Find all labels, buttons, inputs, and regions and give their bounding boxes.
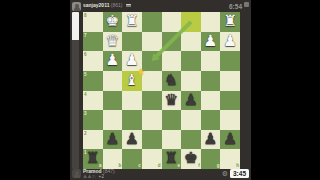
white-rook[interactable]: ♜: [220, 12, 240, 32]
square-c1[interactable]: c: [122, 149, 142, 169]
white-queen[interactable]: ♛: [103, 32, 123, 52]
eval-bar-white: [72, 12, 79, 40]
square-b3[interactable]: [103, 110, 123, 130]
player-avatar[interactable]: [72, 169, 81, 178]
black-pawn[interactable]: ♟: [122, 130, 142, 150]
opponent-name-row: sanjay2011 (861): [83, 3, 131, 8]
square-b5[interactable]: [103, 71, 123, 91]
square-f6[interactable]: [181, 51, 201, 71]
square-c4[interactable]: [122, 91, 142, 111]
square-h2[interactable]: ♟: [220, 130, 240, 150]
black-rook[interactable]: ♜: [83, 149, 103, 169]
square-a2[interactable]: 2: [83, 130, 103, 150]
best-move-star-badge: ★: [137, 67, 145, 77]
rank-label: 5: [84, 72, 87, 77]
square-b6[interactable]: ♟: [103, 51, 123, 71]
square-g5[interactable]: [201, 71, 221, 91]
settings-gear-icon[interactable]: ⚙: [222, 169, 228, 178]
square-g8[interactable]: [201, 12, 221, 32]
player-rating: (847): [103, 168, 115, 174]
square-f7[interactable]: [181, 32, 201, 52]
black-queen[interactable]: ♛: [162, 91, 182, 111]
white-pawn[interactable]: ♟: [103, 51, 123, 71]
black-pawn[interactable]: ♟: [201, 130, 221, 150]
square-a4[interactable]: 4: [83, 91, 103, 111]
square-g1[interactable]: g: [201, 149, 221, 169]
square-b4[interactable]: [103, 91, 123, 111]
square-f8[interactable]: [181, 12, 201, 32]
square-h6[interactable]: [220, 51, 240, 71]
square-a6[interactable]: 6: [83, 51, 103, 71]
player-clock: 3:45: [230, 169, 249, 179]
square-g3[interactable]: [201, 110, 221, 130]
square-h3[interactable]: [220, 110, 240, 130]
square-h4[interactable]: [220, 91, 240, 111]
square-e3[interactable]: [162, 110, 182, 130]
square-h8[interactable]: ♜: [220, 12, 240, 32]
rank-label: 6: [84, 52, 87, 57]
white-pawn[interactable]: ♟: [201, 32, 221, 52]
square-f5[interactable]: [181, 71, 201, 91]
square-e6[interactable]: [162, 51, 182, 71]
square-f1[interactable]: f♚: [181, 149, 201, 169]
white-pawn[interactable]: ♟: [220, 32, 240, 52]
square-g2[interactable]: ♟: [201, 130, 221, 150]
square-d1[interactable]: d: [142, 149, 162, 169]
square-a7[interactable]: 7: [83, 32, 103, 52]
square-g6[interactable]: [201, 51, 221, 71]
opponent-rating: (861): [111, 2, 123, 8]
app-window: sanjay2011 (861) 6:54 8♚♜♜7♛♟♟6♟♟5♝★♞4♛♟…: [70, 0, 251, 180]
rank-label: 8: [84, 13, 87, 18]
square-a3[interactable]: 3: [83, 110, 103, 130]
square-c5[interactable]: ♝★: [122, 71, 142, 91]
chess-board: 8♚♜♜7♛♟♟6♟♟5♝★♞4♛♟32♟♟♟♟1a♜bcde♜f♚gh: [83, 12, 240, 169]
square-d2[interactable]: [142, 130, 162, 150]
square-b2[interactable]: ♟: [103, 130, 123, 150]
square-b7[interactable]: ♛: [103, 32, 123, 52]
square-c2[interactable]: ♟: [122, 130, 142, 150]
status-icon[interactable]: [244, 2, 249, 7]
eval-bar-black: [72, 40, 79, 169]
square-e8[interactable]: [162, 12, 182, 32]
top-player-bar: sanjay2011 (861) 6:54: [70, 0, 251, 12]
opponent-avatar[interactable]: [72, 2, 81, 11]
black-king[interactable]: ♚: [181, 149, 201, 169]
square-b8[interactable]: ♚: [103, 12, 123, 32]
square-h1[interactable]: h: [220, 149, 240, 169]
square-e2[interactable]: [162, 130, 182, 150]
square-d8[interactable]: [142, 12, 162, 32]
square-a5[interactable]: 5: [83, 71, 103, 91]
material-score: +2: [98, 174, 104, 179]
black-knight[interactable]: ♞: [162, 71, 182, 91]
square-c3[interactable]: [122, 110, 142, 130]
square-e5[interactable]: ♞: [162, 71, 182, 91]
square-b1[interactable]: b: [103, 149, 123, 169]
black-rook[interactable]: ♜: [162, 149, 182, 169]
rank-label: 3: [84, 111, 87, 116]
rank-label: 7: [84, 33, 87, 38]
square-a1[interactable]: 1a♜: [83, 149, 103, 169]
screenshot-stage: sanjay2011 (861) 6:54 8♚♜♜7♛♟♟6♟♟5♝★♞4♛♟…: [0, 0, 320, 180]
square-e1[interactable]: e♜: [162, 149, 182, 169]
bottom-player-bar: Pramod (847) ♙♙♘ +2 ⚙ 3:45: [70, 168, 251, 180]
black-pawn[interactable]: ♟: [103, 130, 123, 150]
square-e4[interactable]: ♛: [162, 91, 182, 111]
square-d7[interactable]: [142, 32, 162, 52]
square-a8[interactable]: 8: [83, 12, 103, 32]
square-f2[interactable]: [181, 130, 201, 150]
white-king[interactable]: ♚: [103, 12, 123, 32]
square-c7[interactable]: [122, 32, 142, 52]
white-rook[interactable]: ♜: [122, 12, 142, 32]
black-pawn[interactable]: ♟: [181, 91, 201, 111]
square-h7[interactable]: ♟: [220, 32, 240, 52]
opponent-username: sanjay2011: [83, 2, 109, 8]
square-f4[interactable]: ♟: [181, 91, 201, 111]
opponent-clock: 6:54: [229, 3, 242, 10]
square-g7[interactable]: ♟: [201, 32, 221, 52]
square-e7[interactable]: [162, 32, 182, 52]
square-c8[interactable]: ♜: [122, 12, 142, 32]
square-f3[interactable]: [181, 110, 201, 130]
square-d3[interactable]: [142, 110, 162, 130]
square-h5[interactable]: [220, 71, 240, 91]
black-pawn[interactable]: ♟: [220, 130, 240, 150]
square-d4[interactable]: [142, 91, 162, 111]
rank-label: 4: [84, 92, 87, 97]
square-g4[interactable]: [201, 91, 221, 111]
captured-piece-icons: ♙♙♘: [83, 174, 97, 179]
flag-icon: [126, 4, 131, 8]
captured-pieces: ♙♙♘ +2: [83, 174, 105, 179]
rank-label: 2: [84, 131, 87, 136]
eval-bar: [72, 12, 79, 169]
